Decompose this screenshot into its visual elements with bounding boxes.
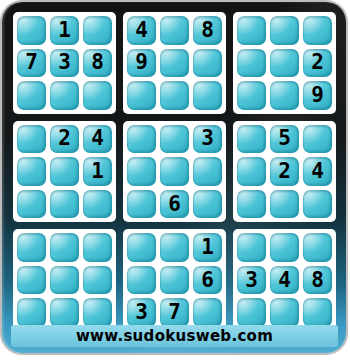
cell-r9c8[interactable]: [270, 298, 299, 327]
cell-r7c2[interactable]: [50, 233, 79, 262]
board-frame: 173848929241365241637348 www.sudokusweb.…: [2, 2, 346, 353]
cell-r5c3: 1: [83, 157, 112, 186]
cell-r9c7[interactable]: [237, 298, 266, 327]
cell-r1c9[interactable]: [303, 16, 332, 45]
cell-r3c1[interactable]: [17, 81, 46, 110]
cell-r7c1[interactable]: [17, 233, 46, 262]
cell-r4c5[interactable]: [160, 125, 189, 154]
cell-r7c9[interactable]: [303, 233, 332, 262]
cell-r4c1[interactable]: [17, 125, 46, 154]
box-1-1: 1738: [13, 12, 116, 114]
cell-r6c4[interactable]: [127, 190, 156, 219]
cell-r6c9[interactable]: [303, 190, 332, 219]
cell-r1c7[interactable]: [237, 16, 266, 45]
cell-r1c3[interactable]: [83, 16, 112, 45]
cell-r7c6: 1: [193, 233, 222, 262]
cell-r6c8[interactable]: [270, 190, 299, 219]
box-2-1: 241: [13, 121, 116, 223]
box-3-1: [13, 229, 116, 331]
cell-r5c1[interactable]: [17, 157, 46, 186]
cell-r2c4: 9: [127, 49, 156, 78]
cell-r8c1[interactable]: [17, 266, 46, 295]
cell-r8c5[interactable]: [160, 266, 189, 295]
sudoku-board: 173848929241365241637348: [13, 12, 336, 331]
cell-r5c9: 4: [303, 157, 332, 186]
cell-r1c8[interactable]: [270, 16, 299, 45]
cell-r2c9: 2: [303, 49, 332, 78]
cell-r7c8[interactable]: [270, 233, 299, 262]
cell-r8c2[interactable]: [50, 266, 79, 295]
cell-r8c9: 8: [303, 266, 332, 295]
cell-r9c4: 3: [127, 298, 156, 327]
cell-r3c8[interactable]: [270, 81, 299, 110]
cell-r5c7[interactable]: [237, 157, 266, 186]
cell-r4c4[interactable]: [127, 125, 156, 154]
box-3-2: 1637: [123, 229, 226, 331]
cell-r3c2[interactable]: [50, 81, 79, 110]
cell-r2c6[interactable]: [193, 49, 222, 78]
cell-r2c8[interactable]: [270, 49, 299, 78]
cell-r6c1[interactable]: [17, 190, 46, 219]
cell-r5c4[interactable]: [127, 157, 156, 186]
cell-r8c4[interactable]: [127, 266, 156, 295]
cell-r7c7[interactable]: [237, 233, 266, 262]
cell-r7c3[interactable]: [83, 233, 112, 262]
cell-r9c2[interactable]: [50, 298, 79, 327]
cell-r1c5[interactable]: [160, 16, 189, 45]
cell-r3c7[interactable]: [237, 81, 266, 110]
cell-r3c4[interactable]: [127, 81, 156, 110]
cell-r8c3[interactable]: [83, 266, 112, 295]
cell-r1c1[interactable]: [17, 16, 46, 45]
cell-r6c5: 6: [160, 190, 189, 219]
cell-r8c8: 4: [270, 266, 299, 295]
cell-r3c5[interactable]: [160, 81, 189, 110]
cell-r4c8: 5: [270, 125, 299, 154]
cell-r4c3: 4: [83, 125, 112, 154]
cell-r1c6: 8: [193, 16, 222, 45]
cell-r3c3[interactable]: [83, 81, 112, 110]
cell-r3c9: 9: [303, 81, 332, 110]
box-1-2: 489: [123, 12, 226, 114]
cell-r9c5: 7: [160, 298, 189, 327]
cell-r5c2[interactable]: [50, 157, 79, 186]
cell-r4c2: 2: [50, 125, 79, 154]
cell-r8c7: 3: [237, 266, 266, 295]
cell-r6c3[interactable]: [83, 190, 112, 219]
cell-r9c9[interactable]: [303, 298, 332, 327]
box-2-3: 524: [233, 121, 336, 223]
cell-r8c6: 6: [193, 266, 222, 295]
box-1-3: 29: [233, 12, 336, 114]
cell-r2c1: 7: [17, 49, 46, 78]
cell-r5c8: 2: [270, 157, 299, 186]
cell-r2c2: 3: [50, 49, 79, 78]
sudoku-page: 173848929241365241637348 www.sudokusweb.…: [0, 0, 350, 360]
box-3-3: 348: [233, 229, 336, 331]
cell-r9c6[interactable]: [193, 298, 222, 327]
cell-r3c6[interactable]: [193, 81, 222, 110]
cell-r4c9[interactable]: [303, 125, 332, 154]
cell-r4c6: 3: [193, 125, 222, 154]
cell-r2c5[interactable]: [160, 49, 189, 78]
cell-r6c2[interactable]: [50, 190, 79, 219]
cell-r9c1[interactable]: [17, 298, 46, 327]
cell-r5c6[interactable]: [193, 157, 222, 186]
box-2-2: 36: [123, 121, 226, 223]
cell-r5c5[interactable]: [160, 157, 189, 186]
cell-r9c3[interactable]: [83, 298, 112, 327]
cell-r4c7[interactable]: [237, 125, 266, 154]
cell-r7c4[interactable]: [127, 233, 156, 262]
cell-r7c5[interactable]: [160, 233, 189, 262]
cell-r2c7[interactable]: [237, 49, 266, 78]
cell-r6c6[interactable]: [193, 190, 222, 219]
footer-band: www.sudokusweb.com: [11, 325, 338, 347]
cell-r1c4: 4: [127, 16, 156, 45]
cell-r6c7[interactable]: [237, 190, 266, 219]
cell-r2c3: 8: [83, 49, 112, 78]
cell-r1c2: 1: [50, 16, 79, 45]
site-url[interactable]: www.sudokusweb.com: [76, 327, 273, 345]
